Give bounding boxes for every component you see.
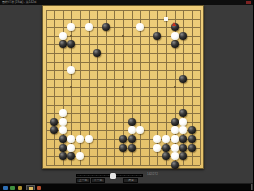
white-stone (59, 109, 67, 117)
black-stone (67, 152, 75, 160)
app-yellow-icon[interactable] (18, 186, 23, 191)
star-point (122, 35, 124, 37)
black-stone (179, 109, 187, 117)
black-stone (171, 118, 179, 126)
black-stone (179, 135, 187, 143)
white-stone (76, 135, 84, 143)
star-point (70, 35, 72, 37)
white-stone (171, 32, 179, 40)
black-stone (188, 144, 196, 152)
black-stone (128, 144, 136, 152)
white-stone (162, 135, 170, 143)
prev-move-button[interactable]: 上一手 (76, 178, 90, 183)
white-square-marker (164, 17, 168, 21)
grid-line (46, 105, 201, 106)
black-stone (188, 126, 196, 134)
grid-line (149, 10, 150, 165)
white-stone (136, 23, 144, 31)
white-stone (59, 118, 67, 126)
black-stone (179, 75, 187, 83)
black-stone (93, 49, 101, 57)
black-stone (179, 32, 187, 40)
black-stone (119, 135, 127, 143)
black-stone (67, 40, 75, 48)
black-stone (162, 152, 170, 160)
settings-button[interactable]: 设置 (123, 178, 138, 183)
app-green-icon[interactable] (10, 186, 15, 191)
go-app-glyph (29, 187, 33, 190)
grid-line (46, 113, 201, 114)
grid-line (140, 10, 141, 165)
move-slider-thumb[interactable] (110, 173, 116, 179)
black-stone (50, 118, 58, 126)
show-desktop-button[interactable] (251, 184, 254, 190)
black-stone (59, 152, 67, 160)
white-stone (153, 144, 161, 152)
black-stone (153, 32, 161, 40)
window-title: 围棋打谱 (19路) - 第142手 (2, 0, 37, 4)
close-icon[interactable] (246, 1, 251, 4)
white-stone (85, 135, 93, 143)
white-stone (67, 144, 75, 152)
move-counter: 142/272 (147, 172, 158, 175)
grid-line (46, 96, 201, 97)
black-stone (102, 23, 110, 31)
white-stone (171, 144, 179, 152)
last-move-triangle-marker (172, 22, 176, 26)
black-stone (162, 144, 170, 152)
white-stone (59, 32, 67, 40)
taskbar (0, 183, 253, 190)
black-stone (59, 144, 67, 152)
white-stone (171, 126, 179, 134)
white-stone (67, 135, 75, 143)
black-stone (59, 40, 67, 48)
white-stone (67, 66, 75, 74)
next-move-label: 下一手 (94, 178, 103, 183)
black-stone (171, 161, 179, 169)
black-stone (128, 118, 136, 126)
white-stone (67, 23, 75, 31)
black-stone (128, 135, 136, 143)
white-stone (171, 152, 179, 160)
grid-line (200, 10, 201, 165)
next-move-button[interactable]: 下一手 (91, 178, 105, 183)
desktop-screen: 围棋打谱 (19路) - 第142手 142/272 上一手 下一手 设置 (0, 0, 253, 190)
black-stone (50, 126, 58, 134)
white-stone (59, 126, 67, 134)
black-stone (188, 135, 196, 143)
app-red-icon[interactable] (37, 186, 42, 191)
white-stone (85, 23, 93, 31)
start-icon[interactable] (3, 186, 8, 191)
black-stone (59, 135, 67, 143)
white-stone (153, 135, 161, 143)
white-stone (76, 152, 84, 160)
white-stone (179, 118, 187, 126)
black-stone (119, 144, 127, 152)
white-stone (136, 126, 144, 134)
go-app-active-icon[interactable] (26, 185, 35, 191)
white-stone (128, 126, 136, 134)
white-stone (179, 126, 187, 134)
black-stone (179, 152, 187, 160)
white-stone (171, 135, 179, 143)
black-stone (179, 144, 187, 152)
go-board[interactable] (42, 5, 204, 169)
prev-move-label: 上一手 (79, 178, 88, 183)
black-stone (171, 40, 179, 48)
settings-label: 设置 (128, 178, 134, 183)
